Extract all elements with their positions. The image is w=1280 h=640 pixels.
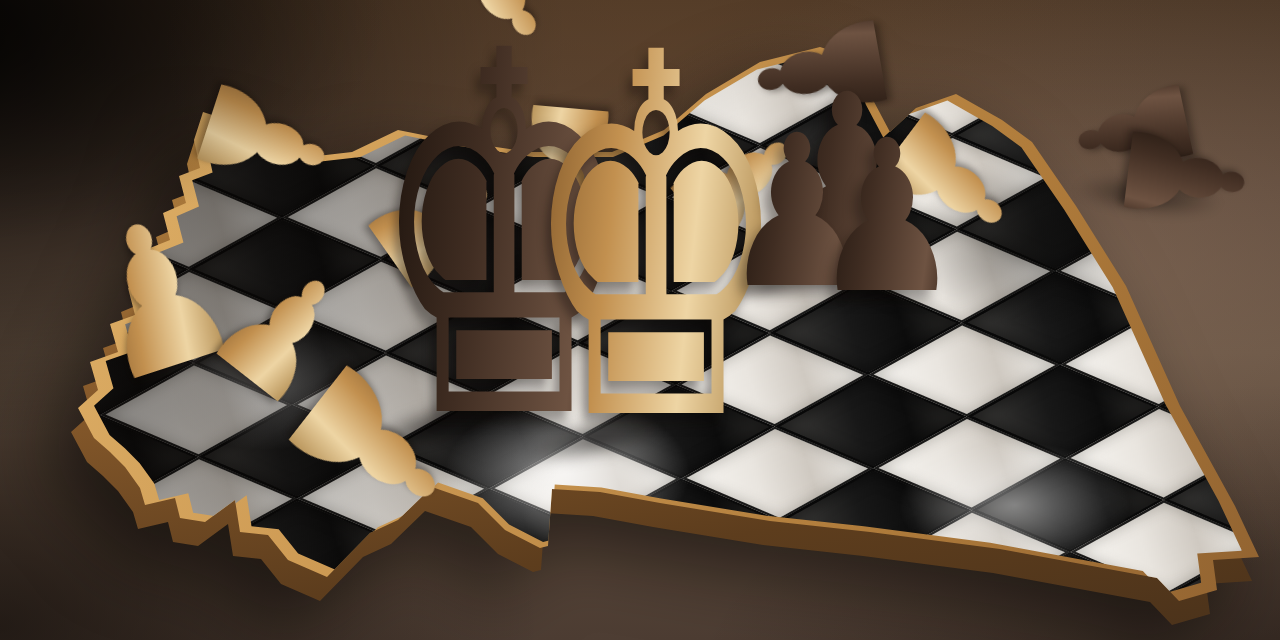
- table-background: ♚♚♟♟♟♟♟♟♟♟♟♟♟♟♟♟♟: [0, 0, 1280, 640]
- black-pawn-standing-3[interactable]: ♟: [812, 113, 963, 323]
- pieces-layer: ♚♚♟♟♟♟♟♟♟♟♟♟♟♟♟♟♟: [0, 0, 1280, 640]
- black-pawn-fallen-table-front[interactable]: ♟: [1097, 109, 1270, 242]
